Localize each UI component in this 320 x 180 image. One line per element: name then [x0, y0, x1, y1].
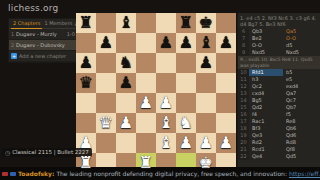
piece-white-pawn[interactable]: ♟ — [176, 133, 196, 153]
move-cell-white[interactable]: h3 — [249, 76, 283, 83]
piece-white-rook[interactable]: ♜ — [136, 153, 156, 173]
move-number: 11 — [238, 76, 249, 83]
move-number: 22 — [238, 153, 249, 160]
flag-icon-2 — [10, 172, 16, 176]
tab-chapters[interactable]: 2 Chapters — [11, 19, 42, 29]
sidebar-tabbar: 2 Chapters 1 Members ≡ — [9, 19, 77, 29]
move-cell-black[interactable]: Re8 — [283, 118, 317, 125]
chess-board: ♜♝♜♚♟♟♟♝♟♟♞♟♛♟♟♟♛♟♝♞♟♝♟♟♟♜♜♚ — [76, 13, 236, 173]
move-row-18: 18Bf3Qb6 — [238, 125, 320, 132]
move-number: 13 — [238, 90, 249, 97]
square-g3[interactable] — [196, 113, 216, 133]
move-cell-black[interactable]: Nxd5 — [283, 49, 317, 56]
piece-black-queen[interactable]: ♛ — [76, 73, 96, 93]
plus-icon: + — [11, 53, 17, 59]
square-c3[interactable]: ♟ — [116, 113, 136, 133]
piece-black-knight[interactable]: ♞ — [116, 53, 136, 73]
move-row-19: 19Qe3Qd6 — [238, 132, 320, 139]
square-c8[interactable]: ♝ — [116, 13, 136, 33]
square-g6[interactable]: ♟ — [196, 53, 216, 73]
move-row-20: 20Rd2Rd8 — [238, 139, 320, 146]
move-cell-white[interactable]: Qb3 — [249, 28, 283, 35]
piece-white-pawn[interactable]: ♟ — [216, 133, 236, 153]
square-g7[interactable]: ♝ — [196, 33, 216, 53]
move-row-12: 12Qc2exd4 — [238, 83, 320, 90]
square-a4[interactable] — [76, 93, 96, 113]
piece-black-pawn[interactable]: ♟ — [96, 33, 116, 53]
move-cell-black[interactable]: Qb6 — [283, 125, 317, 132]
square-f6[interactable] — [176, 53, 196, 73]
square-f3[interactable]: ♞ — [176, 113, 196, 133]
square-c6[interactable]: ♞ — [116, 53, 136, 73]
square-b7[interactable]: ♟ — [96, 33, 116, 53]
square-c7[interactable] — [116, 33, 136, 53]
move-cell-white[interactable]: Rfd1 — [249, 69, 283, 76]
move-row-8: 8O-Od5 — [238, 42, 320, 49]
chat-link[interactable]: https://eff.org/ — [289, 170, 320, 177]
move-row-17: 17Rac1Re8 — [238, 118, 320, 125]
move-cell-black[interactable]: Qd6 — [283, 132, 317, 139]
tab-members[interactable]: 1 Members — [42, 19, 74, 28]
move-number: 7 — [238, 35, 249, 42]
piece-white-pawn[interactable]: ♟ — [136, 93, 156, 113]
move-number: 8 — [238, 42, 249, 49]
square-g8[interactable]: ♚ — [196, 13, 216, 33]
piece-black-bishop[interactable]: ♝ — [196, 33, 216, 53]
move-number: 14 — [238, 97, 249, 104]
move-cell-black[interactable]: Qa7 — [283, 90, 317, 97]
square-d3[interactable] — [136, 113, 156, 133]
move-cell-white[interactable]: Qd2 — [249, 104, 283, 111]
move-number: 12 — [238, 83, 249, 90]
move-cell-white[interactable]: Qe4 — [249, 153, 283, 160]
piece-white-pawn[interactable]: ♟ — [196, 133, 216, 153]
flag-icon-1 — [2, 172, 8, 176]
move-cell-black[interactable]: Qb7 — [283, 104, 317, 111]
lichess-logo: lichess.org — [8, 3, 58, 13]
square-d8[interactable] — [136, 13, 156, 33]
square-e4[interactable]: ♟ — [156, 93, 176, 113]
move-cell-black[interactable]: Qf8 — [283, 146, 317, 153]
move-number: 18 — [238, 125, 249, 132]
move-list-panel: 1. e4 c5 2. Nf3 Nc6 3. c3 g6 4. d4 Bg7 5… — [237, 13, 320, 180]
opening-moves-text[interactable]: 1. e4 c5 2. Nf3 Nc6 3. c3 g6 4. d4 Bg7 5… — [238, 13, 320, 28]
square-e6[interactable] — [156, 53, 176, 73]
square-b2[interactable] — [96, 133, 116, 153]
piece-black-pawn[interactable]: ♟ — [156, 33, 176, 53]
add-chapter-label: Add a new chapter — [19, 53, 66, 59]
square-a1[interactable]: ♜ — [76, 153, 96, 173]
move-cell-white[interactable]: Rac1 — [249, 118, 283, 125]
square-h2[interactable]: ♟ — [216, 133, 236, 153]
square-e3[interactable]: ♝ — [156, 113, 176, 133]
move-cell-white[interactable]: Qe3 — [249, 132, 283, 139]
square-a5[interactable]: ♛ — [76, 73, 96, 93]
square-d4[interactable]: ♟ — [136, 93, 156, 113]
square-h7[interactable]: ♟ — [216, 33, 236, 53]
move-row-22: 22Qe4Qd5 — [238, 153, 320, 160]
piece-black-pawn[interactable]: ♟ — [76, 53, 96, 73]
move-cell-black[interactable]: f5 — [283, 111, 317, 118]
piece-white-rook[interactable]: ♜ — [76, 153, 96, 173]
move-cell-black[interactable]: Qc7 — [283, 97, 317, 104]
piece-white-bishop[interactable]: ♝ — [156, 113, 176, 133]
square-f8[interactable]: ♜ — [176, 13, 196, 33]
chapter-row-1[interactable]: 1 Dugaev - Murzly 1-0 — [9, 29, 77, 40]
square-f2[interactable]: ♟ — [176, 133, 196, 153]
add-chapter-row[interactable]: + Add a new chapter — [9, 51, 77, 62]
stream-frame: lichess.org 2 Chapters 1 Members ≡ 1 Dug… — [0, 0, 320, 180]
move-cell-white[interactable]: Be2 — [249, 35, 283, 42]
move-row-16: 16f4f5 — [238, 111, 320, 118]
move-cell-white[interactable]: O-O — [249, 42, 283, 49]
move-cell-black[interactable]: Rd8 — [283, 139, 317, 146]
move-cell-white[interactable]: Bg5 — [249, 97, 283, 104]
move-cell-black[interactable]: O-O — [283, 35, 317, 42]
square-h4[interactable] — [216, 93, 236, 113]
move-number: 6 — [238, 28, 249, 35]
move-row-14: 14Bg5Qc7 — [238, 97, 320, 104]
square-b5[interactable] — [96, 73, 116, 93]
move-cell-black[interactable]: exd4 — [283, 83, 317, 90]
square-h5[interactable] — [216, 73, 236, 93]
square-a6[interactable]: ♟ — [76, 53, 96, 73]
move-cell-white[interactable]: cxd4 — [249, 90, 283, 97]
move-cell-white[interactable]: Nxd5 — [249, 49, 283, 56]
move-row-15: 15Qd2Qb7 — [238, 104, 320, 111]
move-number: 16 — [238, 111, 249, 118]
move-number: 10 — [238, 69, 249, 76]
square-d1[interactable]: ♜ — [136, 153, 156, 173]
piece-white-pawn[interactable]: ♟ — [116, 113, 136, 133]
move-row-10: 10Rfd1b5 — [238, 69, 320, 76]
chapter-result: 1-0 — [67, 31, 75, 37]
move-number: 19 — [238, 132, 249, 139]
square-g4[interactable] — [196, 93, 216, 113]
chat-ticker: Toadofsky: The leading nonprofit defendi… — [0, 167, 320, 180]
square-b6[interactable] — [96, 53, 116, 73]
piece-white-pawn[interactable]: ♟ — [76, 133, 96, 153]
chapter-title: Dugaev - Dubovsky — [16, 42, 75, 48]
square-d2[interactable] — [136, 133, 156, 153]
square-g2[interactable]: ♟ — [196, 133, 216, 153]
move-row-9: 9Nxd5Nxd5 — [238, 49, 320, 56]
square-e2[interactable]: ♝ — [156, 133, 176, 153]
move-number: 20 — [238, 139, 249, 146]
move-cell-black[interactable]: Qd5 — [283, 153, 317, 160]
piece-black-pawn[interactable]: ♟ — [216, 33, 236, 53]
square-e8[interactable] — [156, 13, 176, 33]
move-number: 17 — [238, 118, 249, 125]
move-number: 9 — [238, 49, 249, 56]
chapter-row-2[interactable]: 2 Dugaev - Dubovsky — [9, 40, 77, 51]
square-a7[interactable] — [76, 33, 96, 53]
square-f7[interactable]: ♟ — [176, 33, 196, 53]
move-cell-white[interactable]: Qc2 — [249, 83, 283, 90]
square-e5[interactable] — [156, 73, 176, 93]
square-a2[interactable]: ♟ — [76, 133, 96, 153]
square-h8[interactable] — [216, 13, 236, 33]
move-cell-white[interactable]: Rcd1 — [249, 146, 283, 153]
piece-black-bishop[interactable]: ♝ — [116, 13, 136, 33]
square-b4[interactable] — [96, 93, 116, 113]
move-row-13: 13cxd4Qa7 — [238, 90, 320, 97]
move-number: 21 — [238, 146, 249, 153]
square-c5[interactable]: ♟ — [116, 73, 136, 93]
square-c4[interactable] — [116, 93, 136, 113]
square-e7[interactable]: ♟ — [156, 33, 176, 53]
square-h6[interactable] — [216, 53, 236, 73]
move-cell-white[interactable]: Rd2 — [249, 139, 283, 146]
chat-author: Toadofsky: — [18, 170, 54, 177]
square-f4[interactable] — [176, 93, 196, 113]
piece-black-rook[interactable]: ♜ — [76, 13, 96, 33]
move-comment: 9... exd5 10. Bxc5 Re8 11. Qxd5 was play… — [238, 56, 320, 69]
square-g1[interactable]: ♚ — [196, 153, 216, 173]
square-d7[interactable] — [136, 33, 156, 53]
square-g5[interactable] — [196, 73, 216, 93]
square-c2[interactable] — [116, 133, 136, 153]
square-d6[interactable] — [136, 53, 156, 73]
piece-black-rook[interactable]: ♜ — [176, 13, 196, 33]
move-cell-black[interactable]: b5 — [283, 69, 317, 76]
square-b3[interactable]: ♛ — [96, 113, 116, 133]
piece-white-knight[interactable]: ♞ — [176, 113, 196, 133]
move-cell-black[interactable]: d5 — [283, 42, 317, 49]
square-f5[interactable] — [176, 73, 196, 93]
square-a8[interactable]: ♜ — [76, 13, 96, 33]
square-h3[interactable] — [216, 113, 236, 133]
piece-black-pawn[interactable]: ♟ — [176, 33, 196, 53]
move-row-21: 21Rcd1Qf8 — [238, 146, 320, 153]
piece-white-king[interactable]: ♚ — [196, 153, 216, 173]
move-row-11: 11h3e5 — [238, 76, 320, 83]
move-rows: 6Qb3Qa57Be2O-O8O-Od59Nxd5Nxd59... exd5 1… — [238, 28, 320, 160]
piece-white-queen[interactable]: ♛ — [96, 113, 116, 133]
move-cell-black[interactable]: e5 — [283, 76, 317, 83]
move-cell-black[interactable]: Qa5 — [283, 28, 317, 35]
move-row-7: 7Be2O-O — [238, 35, 320, 42]
move-row-6: 6Qb3Qa5 — [238, 28, 320, 35]
piece-white-pawn[interactable]: ♟ — [156, 93, 176, 113]
move-cell-white[interactable]: f4 — [249, 111, 283, 118]
study-sidebar: 2 Chapters 1 Members ≡ 1 Dugaev - Murzly… — [8, 18, 78, 63]
clock-icon: ◷ — [5, 149, 10, 156]
piece-black-pawn[interactable]: ♟ — [116, 73, 136, 93]
piece-black-pawn[interactable]: ♟ — [196, 53, 216, 73]
square-a3[interactable] — [76, 113, 96, 133]
chapter-title: Dugaev - Murzly — [16, 31, 65, 37]
move-cell-white[interactable]: Bf3 — [249, 125, 283, 132]
move-number: 15 — [238, 104, 249, 111]
square-b8[interactable] — [96, 13, 116, 33]
piece-black-king[interactable]: ♚ — [196, 13, 216, 33]
piece-white-bishop[interactable]: ♝ — [156, 133, 176, 153]
square-d5[interactable] — [136, 73, 156, 93]
